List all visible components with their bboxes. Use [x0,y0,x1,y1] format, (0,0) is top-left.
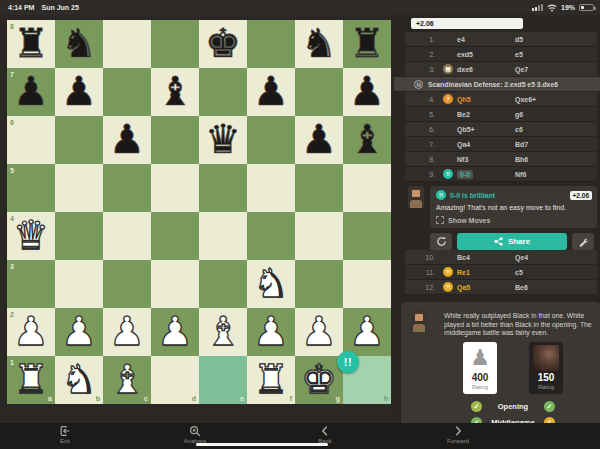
black-move[interactable]: c6 [515,126,597,133]
square-c8[interactable] [103,20,151,68]
black-move[interactable]: Qxe6+ [515,96,597,103]
phase-label: Opening [498,402,528,411]
wrench-icon [578,236,589,247]
square-e1[interactable]: e [199,356,247,404]
white-piece-N-b1[interactable]: ♞ [55,356,103,404]
square-c4[interactable] [103,212,151,260]
black-move[interactable]: Be6 [515,284,597,291]
square-e2[interactable]: ♝ [199,308,247,356]
square-h8[interactable]: ♜ [343,20,391,68]
move-number: 8. [405,156,435,163]
white-move[interactable]: ?!Re1 [443,269,515,276]
white-move[interactable]: Qa4 [443,141,515,148]
square-g7[interactable] [295,68,343,116]
move-row: 7.Qa4Bd7 [405,137,597,152]
move-row: 3.▤dxe6Qe7 [405,62,597,77]
black-piece-P-c6[interactable]: ♟ [103,116,151,164]
black-move[interactable]: e5 [515,51,597,58]
white-rating: 400 [472,372,489,383]
chevron-left-icon [319,425,331,437]
white-move[interactable]: exd5 [443,51,515,58]
black-piece-P-b7[interactable]: ♟ [55,68,103,116]
inaccuracy-move-icon: ?! [443,282,453,292]
square-c7[interactable] [103,68,151,116]
white-piece-P-c2[interactable]: ♟ [103,308,151,356]
square-b2[interactable]: ♟ [55,308,103,356]
move-number: 9. [405,171,435,178]
black-piece-R-a8[interactable]: ♜ [7,20,55,68]
white-piece-Q-a4[interactable]: ♛ [7,212,55,260]
square-d2[interactable]: ♟ [151,308,199,356]
white-piece-P-b2[interactable]: ♟ [55,308,103,356]
status-bar: 4:14 PM Sun Jun 25 19% [0,0,600,15]
black-piece-Q-e6[interactable]: ♛ [199,116,247,164]
share-icon [494,237,503,246]
square-e4[interactable] [199,212,247,260]
square-a5[interactable]: 5 [7,164,55,212]
white-move[interactable]: Nf3 [443,156,515,163]
white-player-card: ♟ 400 Rating [463,342,497,394]
battery-percent: 19% [561,4,575,11]
square-d3[interactable] [151,260,199,308]
white-phase-icon: ✓ [471,401,482,412]
square-h2[interactable]: ♟ [343,308,391,356]
move-number: 7. [405,141,435,148]
white-rating-label: Rating [472,384,488,390]
forward-button[interactable]: Forward [418,425,498,444]
black-piece-B-h6[interactable]: ♝ [343,116,391,164]
inaccuracy-move-icon: ?! [443,267,453,277]
chevron-right-icon [452,425,464,437]
analysis-sidebar: +2.06 1.e4d52.exd5e53.▤dxe6Qe7 ▤ Scandin… [394,15,600,423]
rank-label: 5 [10,167,14,174]
square-f6[interactable] [247,116,295,164]
black-move[interactable]: c5 [515,269,597,276]
square-g1[interactable]: g♚ [295,356,343,404]
opening-name-row[interactable]: ▤ Scandinavian Defense: 2.exd5 e5 3.dxe6 [394,77,600,92]
square-f5[interactable] [247,164,295,212]
square-e6[interactable]: ♛ [199,116,247,164]
square-f1[interactable]: f♜ [247,356,295,404]
square-f7[interactable]: ♟ [247,68,295,116]
black-move[interactable]: Nf6 [515,171,597,178]
cellular-icon [532,4,543,11]
move-number: 5. [405,111,435,118]
phase-row-middlegame: ✓Middlegame! [471,414,555,423]
file-label: e [240,395,244,402]
move-number: 3. [405,66,435,73]
coach-avatar [408,186,424,208]
coach-comment-panel: !! 0-0 is brilliant +2.06 Amazing! That'… [408,186,600,228]
white-piece-P-g2[interactable]: ♟ [295,308,343,356]
brilliant-icon: !! [436,190,446,200]
square-e5[interactable] [199,164,247,212]
square-g6[interactable]: ♟ [295,116,343,164]
move-row: 9.!!0-0Nf6 [405,167,597,182]
white-move[interactable]: Be2 [443,111,515,118]
square-f3[interactable]: ♞ [247,260,295,308]
square-c5[interactable] [103,164,151,212]
white-move[interactable]: Qb5+ [443,126,515,133]
square-c1[interactable]: c♝ [103,356,151,404]
chess-analysis-app: 4:14 PM Sun Jun 25 19% 8♜♞♚♞♜7♟♟♝♟♟6♟♛♟♝… [0,0,600,449]
show-moves-icon [436,216,444,224]
square-a8[interactable]: 8♜ [7,20,55,68]
comment-body: Amazing! That's not an easy move to find… [436,204,592,211]
square-d6[interactable] [151,116,199,164]
black-piece-P-h7[interactable]: ♟ [343,68,391,116]
square-b5[interactable] [55,164,103,212]
square-a7[interactable]: 7♟ [7,68,55,116]
share-button[interactable]: Share [457,233,567,250]
file-label: h [384,395,388,402]
white-piece-B-c1[interactable]: ♝ [103,356,151,404]
white-move[interactable]: e4 [443,36,515,43]
settings-button[interactable] [572,233,594,250]
retry-button[interactable] [430,233,452,250]
black-player-photo [533,345,559,371]
exit-icon [59,425,71,437]
white-piece-P-h2[interactable]: ♟ [343,308,391,356]
refresh-icon [436,236,447,247]
move-list-segment-3: 10.Bc4Qe411.?!Re1c512.?!Qa5Be6 [405,250,597,295]
square-b7[interactable]: ♟ [55,68,103,116]
rank-label: 6 [10,119,14,126]
white-move[interactable]: ▤dxe6 [443,66,515,73]
comment-title: 0-0 is brilliant [450,192,570,199]
square-d5[interactable] [151,164,199,212]
white-pawn-icon: ♟ [467,345,493,371]
square-d4[interactable] [151,212,199,260]
analysis-button[interactable]: Analysis [155,425,235,444]
square-f2[interactable]: ♟ [247,308,295,356]
square-f4[interactable] [247,212,295,260]
phase-row-opening: ✓Opening✓ [471,398,555,414]
white-piece-B-e2[interactable]: ♝ [199,308,247,356]
black-move[interactable]: Qe7 [515,66,597,73]
white-piece-P-f2[interactable]: ♟ [247,308,295,356]
rank-label: 3 [10,263,14,270]
square-a4[interactable]: 4♛ [7,212,55,260]
square-g4[interactable] [295,212,343,260]
black-move[interactable]: Bh6 [515,156,597,163]
square-d1[interactable]: d [151,356,199,404]
move-row: 8.Nf3Bh6 [405,152,597,167]
black-piece-R-h8[interactable]: ♜ [343,20,391,68]
move-row: 4.?Qh5Qxe6+ [405,92,597,107]
square-d7[interactable]: ♝ [151,68,199,116]
square-h6[interactable]: ♝ [343,116,391,164]
square-c6[interactable]: ♟ [103,116,151,164]
clock-time: 4:14 PM [8,4,34,11]
black-move[interactable]: Qe4 [515,254,597,261]
exit-button[interactable]: Exit [25,425,105,444]
black-phase-icon: ✓ [544,401,555,412]
comment-card: !! 0-0 is brilliant +2.06 Amazing! That'… [430,186,597,228]
brilliant-move-badge: !! [337,351,359,373]
white-piece-R-f1[interactable]: ♜ [247,356,295,404]
square-d8[interactable] [151,20,199,68]
phase-ratings: ✓Opening✓✓Middlegame! [471,398,555,423]
white-piece-N-f3[interactable]: ♞ [247,260,295,308]
square-a1[interactable]: 1a♜ [7,356,55,404]
wifi-icon [547,4,557,12]
bottom-toolbar: Exit Analysis Back Forward [0,423,600,449]
black-move[interactable]: d5 [515,36,597,43]
home-indicator[interactable] [196,443,328,446]
square-a2[interactable]: 2♟ [7,308,55,356]
black-piece-P-f7[interactable]: ♟ [247,68,295,116]
black-piece-N-g8[interactable]: ♞ [295,20,343,68]
square-h3[interactable] [343,260,391,308]
square-a3[interactable]: 3 [7,260,55,308]
move-number: 12. [405,284,435,291]
white-move[interactable]: ?!Qa5 [443,284,515,291]
evaluation-bar: +2.06 [411,18,523,29]
analysis-controls: Share [430,233,600,250]
move-number: 6. [405,126,435,133]
move-row: 2.exd5e5 [405,47,597,62]
square-c3[interactable] [103,260,151,308]
square-b8[interactable]: ♞ [55,20,103,68]
move-row: 12.?!Qa5Be6 [405,280,597,295]
white-move[interactable]: ?Qh5 [443,96,515,103]
square-b6[interactable] [55,116,103,164]
coach-avatar [411,310,427,332]
report-summary: White really outplayed Black in that one… [444,312,596,338]
back-button[interactable]: Back [285,425,365,444]
show-moves-button[interactable]: Show Moves [436,216,490,224]
book-move-icon: ▤ [443,64,453,74]
black-piece-K-e8[interactable]: ♚ [199,20,247,68]
white-move[interactable]: !!0-0 [443,171,515,178]
square-h4[interactable] [343,212,391,260]
clock-date: Sun Jun 25 [41,4,78,11]
white-piece-P-d2[interactable]: ♟ [151,308,199,356]
brilliant-move-icon: !! [443,169,453,179]
black-rating-label: Rating [538,384,554,390]
black-piece-N-b8[interactable]: ♞ [55,20,103,68]
square-f8[interactable] [247,20,295,68]
white-piece-K-g1[interactable]: ♚ [295,356,343,404]
black-rating: 150 [538,372,555,383]
square-e8[interactable]: ♚ [199,20,247,68]
evaluation-value: +2.06 [416,20,434,27]
move-number: 1. [405,36,435,43]
comment-eval-badge: +2.06 [570,191,592,200]
move-number: 10. [405,254,435,261]
move-list-segment-1: 1.e4d52.exd5e53.▤dxe6Qe7 [405,32,597,77]
square-g3[interactable] [295,260,343,308]
move-number: 4. [405,96,435,103]
black-piece-B-d7[interactable]: ♝ [151,68,199,116]
analysis-magnifier-icon [189,425,201,437]
black-piece-P-a7[interactable]: ♟ [7,68,55,116]
square-b3[interactable] [55,260,103,308]
square-h7[interactable]: ♟ [343,68,391,116]
battery-icon [579,4,594,11]
square-b1[interactable]: b♞ [55,356,103,404]
square-e3[interactable] [199,260,247,308]
opening-name: Scandinavian Defense: 2.exd5 e5 3.dxe6 [428,81,558,88]
square-c2[interactable]: ♟ [103,308,151,356]
move-list-segment-2: 4.?Qh5Qxe6+5.Be2g66.Qb5+c67.Qa4Bd78.Nf3B… [405,92,597,182]
black-piece-P-g6[interactable]: ♟ [295,116,343,164]
mistake-move-icon: ? [443,94,453,104]
square-b4[interactable] [55,212,103,260]
black-player-card: 150 Rating [529,342,563,394]
black-move[interactable]: g6 [515,111,597,118]
square-g8[interactable]: ♞ [295,20,343,68]
square-g2[interactable]: ♟ [295,308,343,356]
square-a6[interactable]: 6 [7,116,55,164]
white-piece-R-a1[interactable]: ♜ [7,356,55,404]
black-move[interactable]: Bd7 [515,141,597,148]
square-h5[interactable] [343,164,391,212]
move-row: 10.Bc4Qe4 [405,250,597,265]
square-g5[interactable] [295,164,343,212]
move-row: 5.Be2g6 [405,107,597,122]
white-move[interactable]: Bc4 [443,254,515,261]
move-number: 11. [405,269,435,276]
file-label: d [192,395,196,402]
move-row: 6.Qb5+c6 [405,122,597,137]
square-e7[interactable] [199,68,247,116]
move-row: 11.?!Re1c5 [405,265,597,280]
chess-board[interactable]: 8♜♞♚♞♜7♟♟♝♟♟6♟♛♟♝54♛3♞2♟♟♟♟♝♟♟♟1a♜b♞c♝de… [7,20,391,404]
move-number: 2. [405,51,435,58]
game-report-panel: White really outplayed Black in that one… [401,302,600,423]
book-icon: ▤ [414,80,423,89]
white-piece-P-a2[interactable]: ♟ [7,308,55,356]
move-row: 1.e4d5 [405,32,597,47]
